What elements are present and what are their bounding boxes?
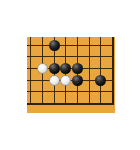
board-vertical-line <box>30 37 31 105</box>
go-problem-screenshot <box>0 0 140 150</box>
board-horizontal-line <box>27 91 114 92</box>
go-board[interactable] <box>27 37 115 113</box>
board-vertical-line <box>89 37 90 105</box>
board-right-edge-line <box>112 37 114 105</box>
board-horizontal-line <box>27 56 114 57</box>
board-bottom-edge-line <box>27 103 114 105</box>
board-vertical-line <box>100 37 101 105</box>
board-horizontal-line <box>27 45 114 46</box>
